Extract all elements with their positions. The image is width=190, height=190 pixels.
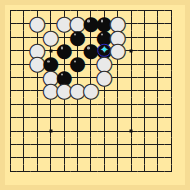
intersection-L5[interactable]: [138, 111, 151, 124]
intersection-E5[interactable]: [57, 111, 70, 124]
intersection-E1[interactable]: [57, 165, 70, 178]
intersection-K4[interactable]: [124, 124, 137, 137]
hoshi-point: [130, 49, 133, 52]
intersection-N8[interactable]: [165, 71, 178, 84]
intersection-A7[interactable]: [4, 84, 17, 97]
intersection-G1[interactable]: [84, 165, 97, 178]
white-stone: ●: [111, 44, 124, 57]
intersection-H6[interactable]: [98, 98, 111, 111]
intersection-A13[interactable]: [4, 4, 17, 17]
intersection-N1[interactable]: [165, 165, 178, 178]
intersection-N5[interactable]: [165, 111, 178, 124]
intersection-E3[interactable]: [57, 138, 70, 151]
hoshi-point: [49, 130, 52, 133]
intersection-K11[interactable]: [124, 31, 137, 44]
intersection-H1[interactable]: [98, 165, 111, 178]
intersection-C3[interactable]: [31, 138, 44, 151]
intersection-M10[interactable]: [151, 44, 164, 57]
intersection-A6[interactable]: [4, 98, 17, 111]
intersection-D5[interactable]: [44, 111, 57, 124]
intersection-M8[interactable]: [151, 71, 164, 84]
intersection-F2[interactable]: [71, 151, 84, 164]
intersection-L8[interactable]: [138, 71, 151, 84]
intersection-F9[interactable]: ●: [71, 57, 84, 70]
intersection-L7[interactable]: [138, 84, 151, 97]
intersection-N11[interactable]: [165, 31, 178, 44]
intersection-J2[interactable]: [111, 151, 124, 164]
intersection-G5[interactable]: [84, 111, 97, 124]
stone-highlight: [47, 60, 49, 62]
intersection-J10[interactable]: ●: [111, 44, 124, 57]
intersection-J3[interactable]: [111, 138, 124, 151]
white-stone: ●: [98, 70, 111, 83]
intersection-J4[interactable]: [111, 124, 124, 137]
intersection-J8[interactable]: [111, 71, 124, 84]
intersection-L6[interactable]: [138, 98, 151, 111]
intersection-L10[interactable]: [138, 44, 151, 57]
intersection-L9[interactable]: [138, 57, 151, 70]
intersection-N10[interactable]: [165, 44, 178, 57]
intersection-A4[interactable]: [4, 124, 17, 137]
intersection-N4[interactable]: [165, 124, 178, 137]
intersection-F4[interactable]: [71, 124, 84, 137]
intersection-C4[interactable]: [31, 124, 44, 137]
intersection-N7[interactable]: [165, 84, 178, 97]
intersection-A2[interactable]: [4, 151, 17, 164]
board-grid: ●●●●●●●●●●●●●●✦●●●●●●●●●●●●: [4, 4, 178, 178]
intersection-B1[interactable]: [17, 165, 30, 178]
intersection-L2[interactable]: [138, 151, 151, 164]
intersection-M2[interactable]: [151, 151, 164, 164]
intersection-J5[interactable]: [111, 111, 124, 124]
intersection-M1[interactable]: [151, 165, 164, 178]
intersection-B7[interactable]: [17, 84, 30, 97]
intersection-L11[interactable]: [138, 31, 151, 44]
intersection-H4[interactable]: [98, 124, 111, 137]
stone-highlight: [101, 33, 103, 35]
intersection-M4[interactable]: [151, 124, 164, 137]
intersection-A3[interactable]: [4, 138, 17, 151]
intersection-C2[interactable]: [31, 151, 44, 164]
intersection-K7[interactable]: [124, 84, 137, 97]
intersection-N3[interactable]: [165, 138, 178, 151]
intersection-K10[interactable]: [124, 44, 137, 57]
intersection-D3[interactable]: [44, 138, 57, 151]
intersection-N6[interactable]: [165, 98, 178, 111]
intersection-K2[interactable]: [124, 151, 137, 164]
intersection-G2[interactable]: [84, 151, 97, 164]
intersection-M6[interactable]: [151, 98, 164, 111]
intersection-E2[interactable]: [57, 151, 70, 164]
intersection-M7[interactable]: [151, 84, 164, 97]
intersection-N12[interactable]: [165, 17, 178, 30]
intersection-B6[interactable]: [17, 98, 30, 111]
black-stone: ●: [71, 57, 84, 70]
hoshi-point: [130, 130, 133, 133]
white-stone: ●: [84, 84, 97, 97]
intersection-H3[interactable]: [98, 138, 111, 151]
intersection-H2[interactable]: [98, 151, 111, 164]
intersection-A10[interactable]: [4, 44, 17, 57]
intersection-A1[interactable]: [4, 165, 17, 178]
intersection-K13[interactable]: [124, 4, 137, 17]
intersection-F5[interactable]: [71, 111, 84, 124]
intersection-G7[interactable]: ●: [84, 84, 97, 97]
intersection-B4[interactable]: [17, 124, 30, 137]
intersection-M5[interactable]: [151, 111, 164, 124]
stone-highlight: [87, 47, 89, 49]
intersection-K1[interactable]: [124, 165, 137, 178]
intersection-D2[interactable]: [44, 151, 57, 164]
stone-highlight: [74, 60, 76, 62]
intersection-M13[interactable]: [151, 4, 164, 17]
intersection-J1[interactable]: [111, 165, 124, 178]
intersection-E4[interactable]: [57, 124, 70, 137]
intersection-B2[interactable]: [17, 151, 30, 164]
intersection-G4[interactable]: [84, 124, 97, 137]
stone-highlight: [101, 20, 103, 22]
intersection-M11[interactable]: [151, 31, 164, 44]
intersection-L12[interactable]: [138, 17, 151, 30]
intersection-G3[interactable]: [84, 138, 97, 151]
intersection-K3[interactable]: [124, 138, 137, 151]
intersection-J7[interactable]: [111, 84, 124, 97]
intersection-L1[interactable]: [138, 165, 151, 178]
intersection-K5[interactable]: [124, 111, 137, 124]
intersection-B5[interactable]: [17, 111, 30, 124]
intersection-D1[interactable]: [44, 165, 57, 178]
intersection-H8[interactable]: ●: [98, 71, 111, 84]
stone-highlight: [74, 33, 76, 35]
intersection-A5[interactable]: [4, 111, 17, 124]
intersection-K9[interactable]: [124, 57, 137, 70]
stone-highlight: [61, 74, 63, 76]
stone-highlight: [87, 20, 89, 22]
intersection-N2[interactable]: [165, 151, 178, 164]
intersection-C1[interactable]: [31, 165, 44, 178]
intersection-K12[interactable]: [124, 17, 137, 30]
intersection-F1[interactable]: [71, 165, 84, 178]
stone-highlight: [61, 47, 63, 49]
intersection-N13[interactable]: [165, 4, 178, 17]
intersection-F3[interactable]: [71, 138, 84, 151]
intersection-L4[interactable]: [138, 124, 151, 137]
intersection-A9[interactable]: [4, 57, 17, 70]
intersection-L13[interactable]: [138, 4, 151, 17]
intersection-J6[interactable]: [111, 98, 124, 111]
intersection-B3[interactable]: [17, 138, 30, 151]
intersection-A8[interactable]: [4, 71, 17, 84]
intersection-D4[interactable]: [44, 124, 57, 137]
intersection-K6[interactable]: [124, 98, 137, 111]
intersection-H5[interactable]: [98, 111, 111, 124]
intersection-L3[interactable]: [138, 138, 151, 151]
intersection-K8[interactable]: [124, 71, 137, 84]
go-board-screenshot: { "game": "go", "board": { "size": 13, "…: [0, 0, 190, 190]
intersection-N9[interactable]: [165, 57, 178, 70]
intersection-A11[interactable]: [4, 31, 17, 44]
intersection-M12[interactable]: [151, 17, 164, 30]
intersection-A12[interactable]: [4, 17, 17, 30]
intersection-M3[interactable]: [151, 138, 164, 151]
intersection-C5[interactable]: [31, 111, 44, 124]
intersection-M9[interactable]: [151, 57, 164, 70]
